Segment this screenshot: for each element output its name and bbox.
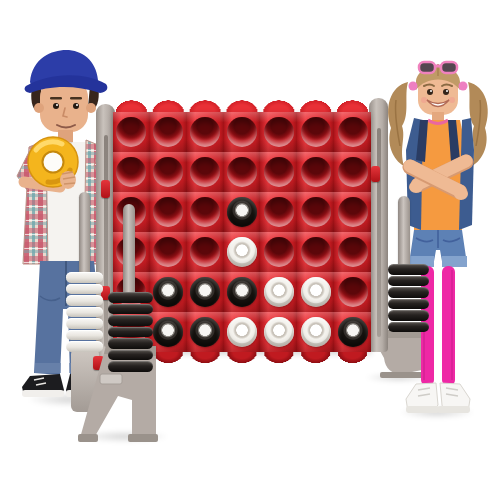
slot-c3-r4[interactable] — [187, 232, 224, 272]
empty-slot — [153, 237, 183, 267]
slot-c4-r2[interactable] — [224, 152, 261, 192]
black-storage-ring — [388, 287, 429, 298]
slot-c5-r5[interactable] — [260, 272, 297, 312]
white-ring-piece — [227, 317, 257, 347]
empty-slot — [338, 197, 368, 227]
white-storage-ring — [66, 272, 103, 283]
hair-tie — [409, 82, 418, 91]
slot-c2-r1[interactable] — [150, 112, 187, 152]
empty-slot — [264, 237, 294, 267]
slot-c2-r3[interactable] — [150, 192, 187, 232]
black-storage-ring — [108, 304, 153, 315]
slot-c6-r6[interactable] — [297, 312, 334, 352]
black-storage-ring — [108, 361, 153, 372]
slot-c7-r5[interactable] — [334, 272, 371, 312]
ring-stack-right-front — [388, 264, 429, 332]
slot-c5-r3[interactable] — [260, 192, 297, 232]
slot-c2-r2[interactable] — [150, 152, 187, 192]
black-ring-piece — [227, 197, 257, 227]
white-storage-ring — [66, 284, 103, 295]
black-ring-piece — [153, 277, 183, 307]
left-front-ring-pole — [123, 204, 135, 298]
white-storage-ring — [66, 318, 103, 329]
black-storage-ring — [108, 292, 153, 303]
ring-stack-left-front — [108, 292, 153, 372]
white-storage-ring — [66, 330, 103, 341]
black-storage-ring — [108, 327, 153, 338]
slot-c6-r4[interactable] — [297, 232, 334, 272]
empty-slot — [116, 117, 146, 147]
empty-slot — [338, 237, 368, 267]
empty-slot — [190, 197, 220, 227]
black-storage-ring — [108, 315, 153, 326]
white-ring-piece — [227, 237, 257, 267]
slot-c7-r2[interactable] — [334, 152, 371, 192]
empty-slot — [153, 197, 183, 227]
black-ring-piece — [338, 317, 368, 347]
empty-slot — [338, 157, 368, 187]
girl-sneakers — [406, 383, 470, 413]
empty-slot — [301, 117, 331, 147]
slot-c3-r5[interactable] — [187, 272, 224, 312]
empty-slot — [301, 197, 331, 227]
black-storage-ring — [388, 299, 429, 310]
slot-c5-r1[interactable] — [260, 112, 297, 152]
empty-slot — [190, 237, 220, 267]
slot-c6-r5[interactable] — [297, 272, 334, 312]
product-photo-scene — [0, 0, 500, 500]
slot-c2-r4[interactable] — [150, 232, 187, 272]
slot-c6-r1[interactable] — [297, 112, 334, 152]
slot-c6-r3[interactable] — [297, 192, 334, 232]
empty-slot — [190, 117, 220, 147]
empty-slot — [301, 157, 331, 187]
slot-c7-r1[interactable] — [334, 112, 371, 152]
red-clip-right-post — [371, 166, 380, 182]
ring-stack-left-rear — [66, 272, 103, 352]
slot-c3-r2[interactable] — [187, 152, 224, 192]
empty-slot — [264, 197, 294, 227]
white-storage-ring — [66, 295, 103, 306]
white-ring-piece — [264, 277, 294, 307]
empty-slot — [190, 157, 220, 187]
boy-eye — [53, 103, 59, 109]
black-ring-piece — [190, 317, 220, 347]
white-ring-piece — [264, 317, 294, 347]
slot-c4-r3[interactable] — [224, 192, 261, 232]
slot-c4-r5[interactable] — [224, 272, 261, 312]
black-ring-piece — [153, 317, 183, 347]
empty-slot — [116, 157, 146, 187]
black-ring-piece — [190, 277, 220, 307]
slot-c2-r5[interactable] — [150, 272, 187, 312]
empty-slot — [264, 117, 294, 147]
slot-c3-r1[interactable] — [187, 112, 224, 152]
white-ring-piece — [301, 277, 331, 307]
slot-c5-r4[interactable] — [260, 232, 297, 272]
slot-c7-r4[interactable] — [334, 232, 371, 272]
black-storage-ring — [108, 338, 153, 349]
black-storage-ring — [388, 264, 429, 275]
white-ring-piece — [301, 317, 331, 347]
slot-c4-r1[interactable] — [224, 112, 261, 152]
leg-label-sticker — [100, 374, 122, 384]
empty-slot — [338, 117, 368, 147]
empty-slot — [227, 117, 257, 147]
right-ring-pole — [398, 196, 410, 270]
slot-c1-r1[interactable] — [113, 112, 150, 152]
empty-slot — [153, 157, 183, 187]
empty-slot — [227, 157, 257, 187]
empty-slot — [301, 237, 331, 267]
slot-c6-r2[interactable] — [297, 152, 334, 192]
slot-c4-r4[interactable] — [224, 232, 261, 272]
white-storage-ring — [66, 341, 103, 352]
empty-slot — [153, 117, 183, 147]
empty-slot — [264, 157, 294, 187]
slot-c3-r6[interactable] — [187, 312, 224, 352]
slot-c5-r2[interactable] — [260, 152, 297, 192]
black-ring-piece — [227, 277, 257, 307]
black-storage-ring — [388, 310, 429, 321]
slot-c7-r6[interactable] — [334, 312, 371, 352]
board-top-scallop — [113, 100, 371, 112]
left-rear-ring-pole — [79, 192, 90, 278]
red-clip-left-post — [101, 180, 110, 198]
slot-c4-r6[interactable] — [224, 312, 261, 352]
white-storage-ring — [66, 307, 103, 318]
slot-c7-r3[interactable] — [334, 192, 371, 232]
slot-c5-r6[interactable] — [260, 312, 297, 352]
slot-c3-r3[interactable] — [187, 192, 224, 232]
empty-slot — [338, 277, 368, 307]
black-storage-ring — [388, 276, 429, 287]
black-storage-ring — [108, 350, 153, 361]
black-storage-ring — [388, 322, 429, 333]
slot-c1-r2[interactable] — [113, 152, 150, 192]
right-frame-post — [369, 98, 388, 352]
